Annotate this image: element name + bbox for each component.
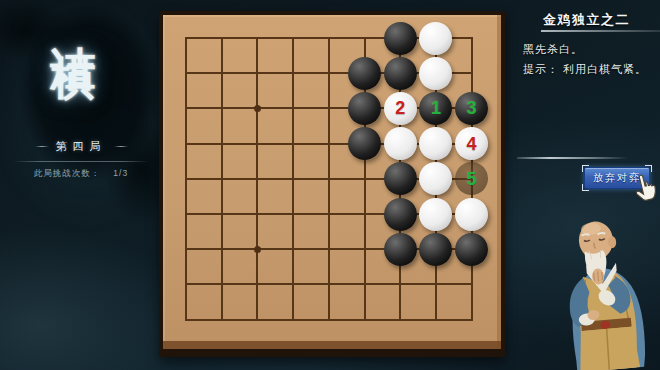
objective-text: 黑先杀白。 bbox=[523, 42, 583, 57]
puzzle-name: 金鸡独立之二 bbox=[543, 11, 660, 29]
go-board-face[interactable]: 21345 bbox=[163, 15, 501, 349]
ghost-stone[interactable]: 5 bbox=[455, 162, 488, 195]
right-ornament bbox=[114, 146, 128, 147]
stage-label-row: 第四局 bbox=[18, 139, 144, 154]
stone-black bbox=[455, 233, 488, 266]
corner-bracket bbox=[582, 184, 589, 191]
stone-white bbox=[419, 198, 452, 231]
stone-black bbox=[348, 57, 381, 90]
stone-white bbox=[455, 198, 488, 231]
star-point bbox=[254, 246, 261, 253]
stone-black bbox=[384, 233, 417, 266]
stone-black bbox=[384, 162, 417, 195]
attempts-label: 此局挑战次数： bbox=[34, 168, 101, 180]
stone-black: 3 bbox=[455, 92, 488, 125]
right-divider bbox=[517, 157, 628, 159]
game-screen: 诘棋 第四局 此局挑战次数： 1/3 21345 金鸡独立之二 黑先杀白。 提示… bbox=[0, 0, 660, 370]
hand-cursor-icon bbox=[629, 171, 660, 204]
stone-white bbox=[419, 162, 452, 195]
corner-bracket bbox=[582, 165, 589, 172]
attempts-row: 此局挑战次数： 1/3 bbox=[18, 168, 144, 180]
stone-black bbox=[348, 92, 381, 125]
move-number: 1 bbox=[431, 99, 441, 117]
stone-white bbox=[419, 22, 452, 55]
grid-hline bbox=[185, 283, 473, 285]
grid-vline bbox=[328, 37, 330, 321]
stone-white: 2 bbox=[384, 92, 417, 125]
stage-label: 第四局 bbox=[56, 139, 107, 154]
stone-black bbox=[384, 57, 417, 90]
npc-character bbox=[545, 208, 660, 370]
stone-black: 1 bbox=[419, 92, 452, 125]
left-divider bbox=[13, 161, 149, 162]
stone-black bbox=[419, 233, 452, 266]
puzzle-mode-title: 诘棋 bbox=[46, 10, 100, 28]
stone-black bbox=[384, 198, 417, 231]
star-point bbox=[254, 105, 261, 112]
stone-white bbox=[419, 127, 452, 160]
left-ornament bbox=[35, 146, 49, 147]
move-number: 4 bbox=[467, 135, 477, 153]
attempts-value: 1/3 bbox=[113, 168, 128, 180]
move-number: 2 bbox=[395, 99, 405, 117]
move-number: 3 bbox=[467, 99, 477, 117]
stone-black bbox=[384, 22, 417, 55]
stone-white: 4 bbox=[455, 127, 488, 160]
hint-text: 提示： 利用白棋气紧。 bbox=[523, 62, 647, 77]
grid-hline bbox=[185, 319, 473, 321]
title-underline bbox=[541, 30, 660, 32]
stone-black bbox=[348, 127, 381, 160]
stone-white bbox=[419, 57, 452, 90]
move-number: 5 bbox=[467, 170, 477, 188]
stone-white bbox=[384, 127, 417, 160]
